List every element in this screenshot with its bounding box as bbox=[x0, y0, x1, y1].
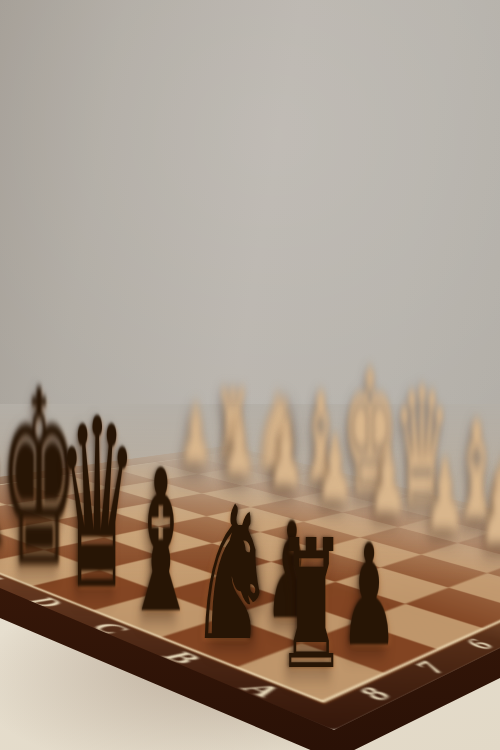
pieces-layer: ♝♚♛♝♞♜♟♟♜♞♝♚♛♝♞♟♟♟♟♟♟♟ bbox=[0, 0, 500, 750]
piece-black-rook-a8[interactable]: ♜ bbox=[276, 517, 346, 695]
photo-canvas: HGFEDCBA12345678 ♝♚♛♝♞♜♟♟♜♞♝♚♛♝♞♟♟♟♟♟♟♟ bbox=[0, 0, 500, 750]
piece-white-pawn-e2[interactable]: ♟ bbox=[316, 424, 353, 514]
piece-white-pawn-b2[interactable]: ♟ bbox=[480, 460, 500, 559]
piece-black-bishop-c8[interactable]: ♝ bbox=[124, 444, 198, 640]
piece-black-knight-b8[interactable]: ♞ bbox=[189, 482, 275, 666]
piece-white-pawn-c2[interactable]: ♟ bbox=[425, 447, 465, 544]
piece-black-pawn-a7[interactable]: ♟ bbox=[340, 526, 398, 666]
